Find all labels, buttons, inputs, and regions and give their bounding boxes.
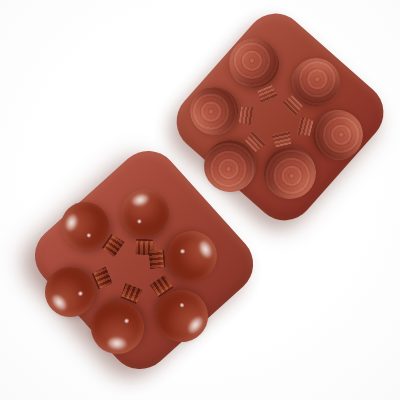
sparkle-highlight [123,317,130,324]
sparkle-highlight [137,219,141,224]
specular-highlight [63,212,79,233]
specular-highlight [49,291,71,313]
bauble-cap [271,130,293,148]
sparkle-highlight [85,232,92,239]
specular-highlight [196,238,214,260]
sparkle-highlight [178,301,185,308]
sparkle-highlight [77,291,84,297]
product-photo-canvas [0,0,400,400]
bauble-cap [148,249,166,269]
specular-highlight [130,191,151,207]
specular-highlight [184,313,206,336]
specular-highlight [106,336,127,350]
sparkle-highlight [180,249,186,254]
bauble-ball [121,189,170,238]
